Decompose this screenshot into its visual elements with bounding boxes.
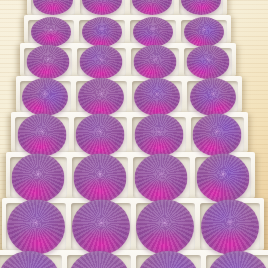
tray-compartment-r5c2 (74, 117, 128, 152)
tray-row-4 (16, 76, 242, 112)
rivoli-crystal-r6c3 (135, 153, 188, 202)
rivoli-crystal-r5c3 (134, 113, 183, 156)
tray-compartment-r5c1 (15, 117, 69, 152)
tray-compartment-r2c2 (79, 20, 125, 43)
tray-compartment-r5c4 (191, 117, 245, 152)
tray-compartment-r1c3 (130, 0, 174, 15)
rivoli-crystal-r2c3 (133, 17, 173, 47)
tray-compartment-r3c4 (184, 48, 232, 76)
tray-compartment-r7c2 (71, 203, 131, 250)
tray-compartment-r3c1 (24, 48, 72, 76)
tray-compartment-r7c3 (136, 203, 196, 250)
rivoli-crystal-r1c1 (33, 0, 73, 15)
rivoli-crystal-r1c2 (82, 0, 122, 15)
rivoli-crystal-r4c3 (134, 78, 180, 116)
rivoli-crystal-r5c4 (193, 113, 242, 156)
tray-compartment-r1c1 (31, 0, 75, 15)
rivoli-crystal-r3c4 (186, 45, 229, 79)
tray-compartment-r5c3 (132, 117, 186, 152)
tray-compartment-r6c3 (133, 157, 190, 198)
tray-compartment-r6c2 (72, 157, 129, 198)
tray-compartment-r6c1 (10, 157, 67, 198)
rivoli-crystal-r4c1 (22, 78, 68, 116)
tray-compartment-r2c4 (181, 20, 227, 43)
rivoli-crystal-r5c2 (76, 113, 125, 156)
rivoli-crystal-r8c1 (0, 251, 61, 268)
tray-compartment-r8c3 (136, 255, 201, 268)
tray-compartment-r6c4 (195, 157, 252, 198)
rivoli-crystal-r3c1 (27, 45, 70, 79)
rivoli-crystal-r1c4 (181, 0, 221, 15)
rivoli-crystal-r1c3 (132, 0, 172, 15)
rivoli-crystal-r3c3 (133, 45, 176, 79)
tray-row-2 (24, 15, 231, 43)
rivoli-crystal-r8c3 (137, 251, 200, 268)
tray-compartment-r3c2 (77, 48, 125, 76)
rivoli-crystal-r8c2 (67, 251, 130, 268)
rivoli-crystal-r3c2 (80, 45, 123, 79)
rivoli-crystal-r7c1 (7, 199, 65, 254)
tray-row-6 (6, 152, 255, 198)
rivoli-crystal-r8c4 (206, 251, 268, 268)
rivoli-crystal-r4c2 (78, 78, 124, 116)
rivoli-crystal-r7c3 (136, 199, 194, 254)
tray-compartment-r8c4 (206, 255, 269, 268)
crystal-storage-tray (0, 0, 268, 268)
tray-compartment-r4c2 (76, 81, 127, 112)
rivoli-crystal-r2c1 (31, 17, 71, 47)
tray-compartment-r1c2 (80, 0, 124, 15)
tray-compartment-r1c4 (179, 0, 223, 15)
tray-row-5 (11, 112, 248, 152)
tray-row-8 (0, 250, 268, 268)
rivoli-crystal-r2c2 (82, 17, 122, 47)
rivoli-crystal-r6c2 (73, 153, 126, 202)
tray-compartment-r7c1 (6, 203, 66, 250)
rivoli-crystal-r4c4 (190, 78, 236, 116)
tray-row-1 (27, 0, 227, 15)
rivoli-crystal-r6c1 (12, 153, 65, 202)
tray-compartment-r2c1 (28, 20, 74, 43)
rivoli-crystal-r7c4 (201, 199, 259, 254)
rivoli-crystal-r6c4 (196, 153, 249, 202)
tray-compartment-r4c1 (20, 81, 71, 112)
tray-compartment-r3c3 (131, 48, 179, 76)
tray-compartment-r7c4 (200, 203, 260, 250)
tray-row-7 (2, 198, 264, 250)
rivoli-crystal-r7c2 (72, 199, 130, 254)
tray-compartment-r8c2 (67, 255, 132, 268)
rivoli-crystal-r2c4 (184, 17, 224, 47)
tray-compartment-r4c3 (132, 81, 183, 112)
tray-compartment-r8c1 (0, 255, 62, 268)
tray-compartment-r4c4 (187, 81, 238, 112)
crystal-tray-photo (0, 0, 268, 268)
tray-compartment-r2c3 (130, 20, 176, 43)
rivoli-crystal-r5c1 (17, 113, 66, 156)
tray-row-3 (20, 43, 236, 76)
